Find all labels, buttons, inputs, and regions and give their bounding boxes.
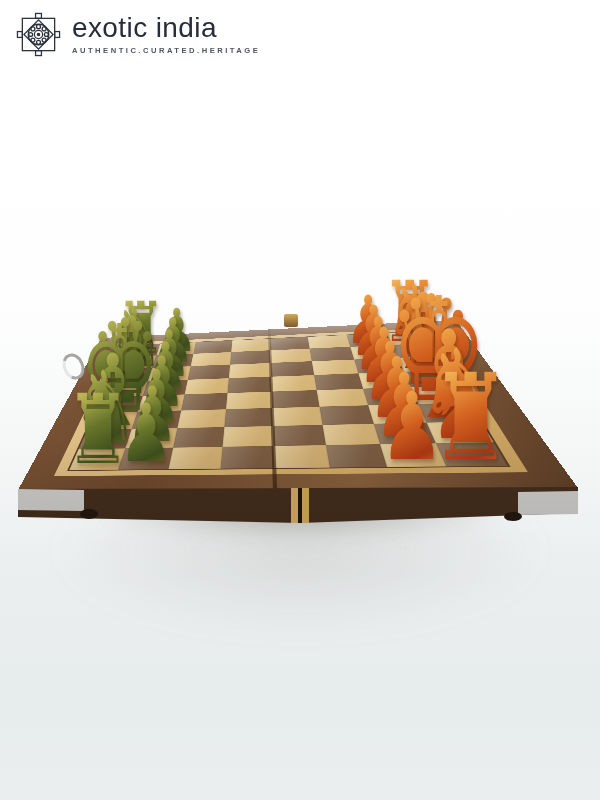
chess-scene: ♜♞♝♚♛♝♞♜♟♟♟♟♟♟♟♟♟♟♟♟♟♟♟♟♜♞♝♚♛♝♞♜ [0, 0, 600, 800]
brand-tagline: AUTHENTIC.CURATED.HERITAGE [72, 46, 260, 55]
brand-name: exotic india [72, 14, 260, 42]
chess-pieces: ♜♞♝♚♛♝♞♜♟♟♟♟♟♟♟♟♟♟♟♟♟♟♟♟♜♞♝♚♛♝♞♜ [0, 0, 600, 800]
product-photo[interactable]: exotic india AUTHENTIC.CURATED.HERITAGE … [0, 0, 600, 800]
sri-yantra-icon [15, 11, 62, 58]
brand-logo[interactable]: exotic india AUTHENTIC.CURATED.HERITAGE [15, 11, 260, 58]
piece-green-rook: ♜ [61, 382, 134, 478]
piece-orange-pawn: ♟ [376, 380, 447, 474]
